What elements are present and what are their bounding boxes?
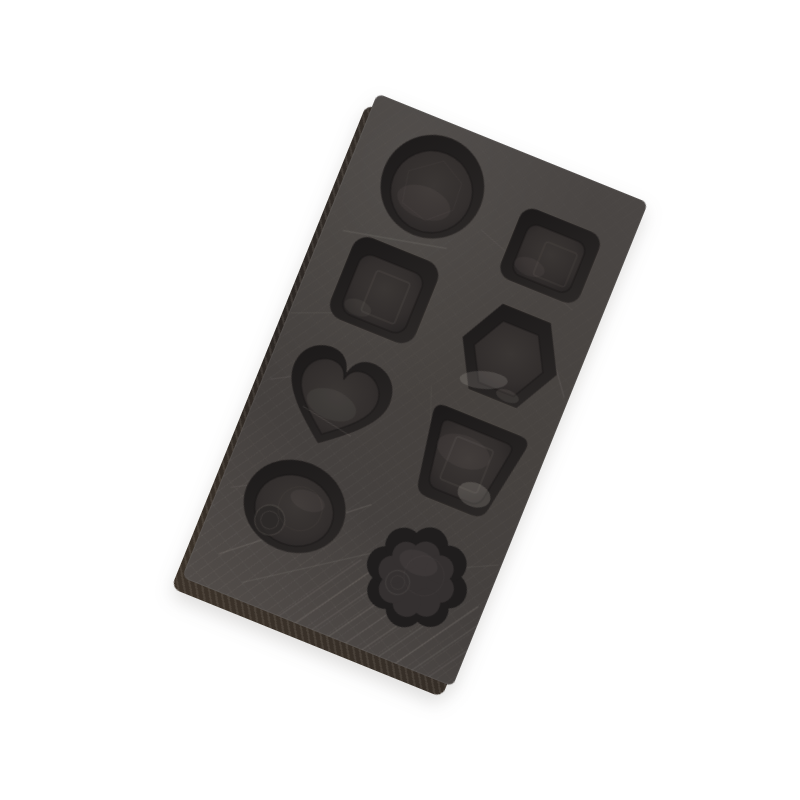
cavity-heart <box>270 336 402 463</box>
cavity-rounded-square <box>325 232 443 348</box>
cavity-square <box>496 204 604 307</box>
cavity-trapezoid <box>402 402 530 525</box>
cavity-oval <box>229 444 360 568</box>
graphite-mold <box>182 93 648 686</box>
product-photo-scene <box>0 0 800 800</box>
cavity-hexagon <box>444 294 574 419</box>
cavity-circle <box>365 119 500 254</box>
cavity-flower <box>349 509 486 646</box>
